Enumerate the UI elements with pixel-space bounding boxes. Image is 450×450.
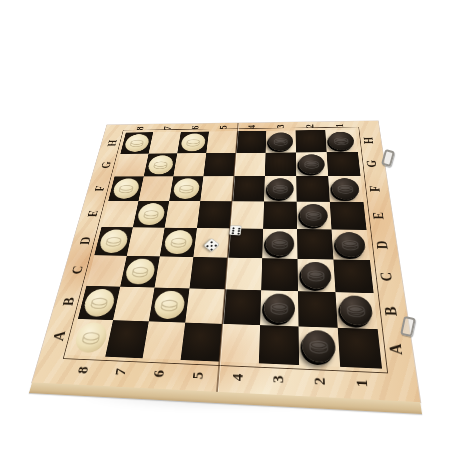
product-photo-scene: 88HH77GG66FF55EE44DD33CC22BB11AA ⛀⛀⛀⛀⛀⛀⛀…: [0, 0, 450, 450]
coord-bottom-4: 4: [229, 373, 247, 381]
coord-top-2: 2: [304, 124, 317, 128]
square-c4: [225, 258, 262, 291]
square-a1: [338, 328, 382, 369]
die-pip: [210, 248, 213, 251]
die-pip: [232, 232, 234, 234]
square-a5: [181, 323, 223, 362]
hinge-clasp-bottom: [400, 316, 416, 337]
coord-bottom-8: 8: [75, 366, 93, 374]
square-f4: [232, 176, 265, 201]
square-e1: [330, 202, 367, 230]
checker-dark-f3: ⛂: [267, 178, 294, 199]
square-d2: [297, 229, 333, 259]
square-e5: [197, 201, 232, 228]
square-h2: [296, 130, 327, 152]
coord-left-B: B: [60, 297, 78, 306]
coord-top-3: 3: [275, 124, 288, 128]
coord-left-A: A: [50, 331, 69, 342]
square-e3: [263, 201, 297, 229]
square-d7: [127, 227, 165, 256]
square-a7: [105, 320, 149, 358]
coord-bottom-5: 5: [189, 371, 207, 379]
die-pip: [210, 241, 213, 244]
coord-bottom-1: 1: [353, 379, 372, 388]
square-b4: [222, 289, 261, 325]
square-b7: [113, 287, 154, 322]
coord-right-D: D: [374, 241, 392, 250]
coord-top-1: 1: [333, 124, 346, 128]
coord-top-5: 5: [217, 125, 230, 129]
coord-top-7: 7: [161, 126, 174, 130]
die-pip: [210, 245, 213, 248]
coord-right-G: G: [364, 160, 380, 167]
coord-left-C: C: [69, 265, 86, 274]
square-f2: [296, 176, 330, 202]
coordinate-labels: 88HH77GG66FF55EE44DD33CC22BB11AA: [107, 121, 378, 125]
die-pip: [237, 233, 239, 235]
folding-checkers-board: 88HH77GG66FF55EE44DD33CC22BB11AA ⛀⛀⛀⛀⛀⛀⛀…: [29, 121, 422, 414]
square-a3: [259, 325, 299, 365]
die-pip: [214, 244, 217, 247]
coord-right-F: F: [367, 186, 383, 192]
coord-left-G: G: [99, 162, 114, 169]
square-a6: [143, 321, 186, 360]
coord-bottom-3: 3: [270, 375, 288, 384]
coord-right-B: B: [381, 306, 400, 316]
square-e6: [165, 201, 201, 228]
checker-dark-d3: ⛂: [265, 231, 294, 256]
hinge-clasp-top: [381, 149, 395, 167]
coord-left-D: D: [77, 237, 94, 245]
square-c3: [261, 258, 298, 291]
square-h5: [206, 131, 237, 153]
square-b5: [185, 288, 225, 323]
square-c6: [155, 256, 194, 288]
square-h4: [236, 131, 267, 153]
square-g3: [265, 152, 296, 176]
checker-dark-b3: ⛂: [263, 293, 295, 323]
coord-bottom-7: 7: [112, 368, 130, 376]
die-6: [229, 225, 242, 235]
coord-right-A: A: [386, 343, 406, 355]
die-pip: [206, 245, 209, 248]
square-g4: [234, 153, 266, 177]
square-h7: [149, 132, 181, 154]
square-c1: [333, 260, 373, 294]
coord-top-4: 4: [246, 125, 259, 129]
coord-left-F: F: [92, 186, 107, 192]
square-c5: [189, 257, 227, 289]
coord-bottom-2: 2: [311, 377, 329, 386]
coord-right-E: E: [370, 212, 387, 219]
coord-left-E: E: [85, 210, 101, 217]
square-a4: [219, 324, 260, 363]
square-g5: [203, 153, 235, 176]
checker-dark-e2: ⛂: [300, 204, 329, 227]
square-g1: [327, 152, 361, 176]
coord-right-C: C: [377, 272, 396, 282]
coord-top-6: 6: [189, 126, 202, 130]
square-b2: [298, 291, 338, 328]
coord-top-8: 8: [134, 126, 147, 130]
coord-right-H: H: [361, 137, 376, 144]
coord-left-H: H: [105, 140, 119, 147]
square-f5: [200, 176, 234, 201]
square-f7: [138, 176, 173, 201]
board-face: 88HH77GG66FF55EE44DD33CC22BB11AA ⛀⛀⛀⛀⛀⛀⛀…: [32, 121, 420, 402]
square-g6: [173, 153, 206, 176]
coord-bottom-6: 6: [150, 370, 168, 378]
